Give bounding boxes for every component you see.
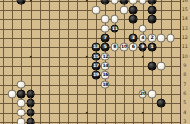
white-stone[interactable] xyxy=(101,15,110,24)
white-stone[interactable] xyxy=(120,5,129,14)
move-number-label: 7 xyxy=(104,36,107,41)
black-stone-move-5[interactable]: 5 xyxy=(101,43,110,52)
row-coordinate-label: 14 xyxy=(182,17,188,22)
white-stone[interactable] xyxy=(17,118,26,124)
black-stone-move-11[interactable]: 11 xyxy=(110,24,119,33)
white-stone[interactable] xyxy=(17,80,26,89)
move-number-label: 5 xyxy=(104,45,107,50)
white-stone-move-16[interactable]: 16 xyxy=(101,71,110,80)
black-stone-move-15[interactable]: 15 xyxy=(92,52,101,61)
black-stone[interactable] xyxy=(148,15,157,24)
row-coordinate-label: 11 xyxy=(182,45,188,50)
row-coordinate-label: 6 xyxy=(183,92,186,97)
row-coordinate-label: 13 xyxy=(182,26,188,31)
white-stone[interactable] xyxy=(138,0,147,5)
grid-line-horizontal xyxy=(0,29,180,30)
move-number-label: 6 xyxy=(132,45,135,50)
grid-line-horizontal xyxy=(0,85,180,86)
black-stone[interactable] xyxy=(101,0,110,5)
black-stone-move-7[interactable]: 7 xyxy=(101,33,110,42)
white-stone[interactable] xyxy=(129,0,138,5)
row-coordinate-label: 15 xyxy=(182,7,188,12)
row-coordinate-label: 3 xyxy=(183,120,186,124)
move-number-label: 9 xyxy=(141,45,144,50)
row-coordinate-label: 4 xyxy=(183,110,186,115)
black-stone-move-17[interactable]: 17 xyxy=(92,62,101,71)
move-number-label: 11 xyxy=(112,26,118,31)
move-number-label: 18 xyxy=(102,82,108,87)
move-number-label: 20 xyxy=(140,92,146,97)
move-number-label: 12 xyxy=(102,54,108,59)
white-stone-move-2[interactable]: 2 xyxy=(148,33,157,42)
black-stone[interactable] xyxy=(129,15,138,24)
white-stone-move-12[interactable]: 12 xyxy=(101,52,110,61)
black-stone[interactable] xyxy=(17,90,26,99)
move-number-label: 8 xyxy=(113,45,116,50)
black-stone[interactable] xyxy=(148,62,157,71)
black-stone[interactable] xyxy=(26,118,35,124)
black-stone[interactable] xyxy=(120,0,129,5)
row-coordinate-label: 5 xyxy=(183,101,186,106)
white-stone-move-6[interactable]: 6 xyxy=(129,43,138,52)
black-stone[interactable] xyxy=(17,0,26,5)
row-coordinate-label: 10 xyxy=(182,54,188,59)
white-stone-move-14[interactable]: 14 xyxy=(101,62,110,71)
black-stone[interactable] xyxy=(26,99,35,108)
white-stone[interactable] xyxy=(92,5,101,14)
white-stone-move-4[interactable]: 4 xyxy=(138,33,147,42)
row-coordinate-label: 8 xyxy=(183,73,186,78)
black-stone-move-19[interactable]: 19 xyxy=(92,71,101,80)
black-stone[interactable] xyxy=(148,0,157,5)
move-number-label: 13 xyxy=(93,45,99,50)
white-stone[interactable] xyxy=(101,24,110,33)
white-stone[interactable] xyxy=(138,24,147,33)
go-board-window: 1615141312111098765431173135911517194281… xyxy=(0,0,190,124)
move-number-label: 17 xyxy=(93,64,99,69)
move-number-label: 19 xyxy=(93,73,99,78)
move-number-label: 3 xyxy=(132,36,135,41)
white-stone-move-8[interactable]: 8 xyxy=(110,43,119,52)
white-stone-move-18[interactable]: 18 xyxy=(101,80,110,89)
row-coordinate-label: 12 xyxy=(182,35,188,40)
black-stone-move-13[interactable]: 13 xyxy=(92,43,101,52)
white-stone-move-20[interactable]: 20 xyxy=(138,90,147,99)
white-stone[interactable] xyxy=(166,33,175,42)
white-stone[interactable] xyxy=(157,62,166,71)
move-number-label: 10 xyxy=(121,45,127,50)
grid-line-horizontal xyxy=(0,75,180,76)
row-coordinate-label: 7 xyxy=(183,82,186,87)
white-stone[interactable] xyxy=(110,0,119,5)
white-stone-move-10[interactable]: 10 xyxy=(120,43,129,52)
black-stone-move-3[interactable]: 3 xyxy=(129,33,138,42)
move-number-label: 1 xyxy=(151,45,154,50)
black-stone[interactable] xyxy=(129,5,138,14)
white-stone[interactable] xyxy=(17,99,26,108)
white-stone[interactable] xyxy=(17,108,26,117)
white-stone[interactable] xyxy=(157,33,166,42)
move-number-label: 14 xyxy=(102,64,108,69)
black-stone-move-9[interactable]: 9 xyxy=(138,43,147,52)
black-stone-move-1[interactable]: 1 xyxy=(148,43,157,52)
move-number-label: 4 xyxy=(141,36,144,41)
row-coordinate-label: 16 xyxy=(182,0,188,3)
black-stone[interactable] xyxy=(148,5,157,14)
move-number-label: 16 xyxy=(102,73,108,78)
white-stone[interactable] xyxy=(110,15,119,24)
grid-line-horizontal xyxy=(0,57,180,58)
black-stone[interactable] xyxy=(26,90,35,99)
black-stone[interactable] xyxy=(26,108,35,117)
go-board[interactable]: 1615141312111098765431173135911517194281… xyxy=(0,0,190,124)
row-coordinate-label: 9 xyxy=(183,64,186,69)
white-stone[interactable] xyxy=(148,90,157,99)
move-number-label: 2 xyxy=(151,36,154,41)
move-number-label: 15 xyxy=(93,54,99,59)
black-stone[interactable] xyxy=(157,99,166,108)
white-stone[interactable] xyxy=(8,90,17,99)
